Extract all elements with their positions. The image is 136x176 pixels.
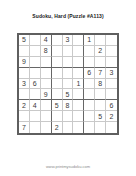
sudoku-cell-r7c8 bbox=[95, 100, 106, 111]
sudoku-cell-r5c6: 1 bbox=[73, 79, 84, 90]
sudoku-cell-r2c7 bbox=[84, 46, 95, 57]
sudoku-cell-r4c5 bbox=[63, 68, 74, 79]
sudoku-cell-r3c1: 9 bbox=[19, 57, 30, 68]
sudoku-cell-r8c3 bbox=[41, 111, 52, 122]
sudoku-cell-r5c2: 6 bbox=[30, 79, 41, 90]
sudoku-cell-r1c4 bbox=[52, 35, 63, 46]
sudoku-cell-r2c8: 2 bbox=[95, 46, 106, 57]
sudoku-cell-r4c1 bbox=[19, 68, 30, 79]
sudoku-board: 5431829673361895245865272 bbox=[17, 33, 119, 135]
sudoku-cell-r7c4: 5 bbox=[52, 100, 63, 111]
sudoku-cell-r5c4 bbox=[52, 79, 63, 90]
sudoku-cell-r6c8 bbox=[95, 89, 106, 100]
sudoku-cell-r2c6 bbox=[73, 46, 84, 57]
sudoku-cell-r8c1 bbox=[19, 111, 30, 122]
sudoku-cell-r3c8 bbox=[95, 57, 106, 68]
sudoku-cell-r7c1: 2 bbox=[19, 100, 30, 111]
sudoku-cell-r6c5: 5 bbox=[63, 89, 74, 100]
sudoku-cell-r7c2: 4 bbox=[30, 100, 41, 111]
page-title: Sudoku, Hard (Puzzle #A113) bbox=[0, 13, 136, 19]
sudoku-cell-r5c9 bbox=[106, 79, 117, 90]
sudoku-cell-r2c9 bbox=[106, 46, 117, 57]
sudoku-cell-r6c9 bbox=[106, 89, 117, 100]
sudoku-cell-r6c2 bbox=[30, 89, 41, 100]
sudoku-cell-r3c5 bbox=[63, 57, 74, 68]
sudoku-cell-r3c6 bbox=[73, 57, 84, 68]
sudoku-cell-r1c3: 4 bbox=[41, 35, 52, 46]
sudoku-cell-r1c5: 3 bbox=[63, 35, 74, 46]
sudoku-cell-r7c5: 8 bbox=[63, 100, 74, 111]
sudoku-cell-r6c4 bbox=[52, 89, 63, 100]
sudoku-cell-r9c3 bbox=[41, 122, 52, 133]
sudoku-cell-r4c8: 7 bbox=[95, 68, 106, 79]
sudoku-cell-r6c7 bbox=[84, 89, 95, 100]
sudoku-cell-r1c6 bbox=[73, 35, 84, 46]
sudoku-cell-r9c6 bbox=[73, 122, 84, 133]
sudoku-cell-r9c5 bbox=[63, 122, 74, 133]
sudoku-cell-r2c2 bbox=[30, 46, 41, 57]
sudoku-cell-r1c8 bbox=[95, 35, 106, 46]
sudoku-cell-r5c3 bbox=[41, 79, 52, 90]
footer-url: www.printmysudoku.com bbox=[0, 164, 136, 169]
sudoku-cell-r5c7 bbox=[84, 79, 95, 90]
sudoku-cell-r8c9: 2 bbox=[106, 111, 117, 122]
sudoku-cell-r9c8 bbox=[95, 122, 106, 133]
sudoku-cell-r4c4 bbox=[52, 68, 63, 79]
sudoku-cell-r8c8: 5 bbox=[95, 111, 106, 122]
sudoku-cell-r5c1: 3 bbox=[19, 79, 30, 90]
sudoku-cell-r4c2 bbox=[30, 68, 41, 79]
sudoku-cell-r4c6 bbox=[73, 68, 84, 79]
sudoku-cell-r5c8: 8 bbox=[95, 79, 106, 90]
sudoku-cell-r8c4 bbox=[52, 111, 63, 122]
sudoku-cell-r8c7 bbox=[84, 111, 95, 122]
sudoku-cell-r9c7 bbox=[84, 122, 95, 133]
sudoku-cell-r7c3 bbox=[41, 100, 52, 111]
sudoku-cell-r5c5 bbox=[63, 79, 74, 90]
sudoku-cell-r4c9: 3 bbox=[106, 68, 117, 79]
sudoku-cell-r2c3: 8 bbox=[41, 46, 52, 57]
sudoku-cell-r3c3 bbox=[41, 57, 52, 68]
sudoku-cell-r6c1 bbox=[19, 89, 30, 100]
sudoku-cell-r9c9 bbox=[106, 122, 117, 133]
sudoku-cell-r3c2 bbox=[30, 57, 41, 68]
sudoku-cell-r7c9: 6 bbox=[106, 100, 117, 111]
sudoku-cell-r1c9 bbox=[106, 35, 117, 46]
sudoku-cell-r4c3 bbox=[41, 68, 52, 79]
sudoku-cell-r7c6 bbox=[73, 100, 84, 111]
sudoku-cell-r1c2 bbox=[30, 35, 41, 46]
sudoku-cell-r6c6 bbox=[73, 89, 84, 100]
sudoku-cell-r2c1 bbox=[19, 46, 30, 57]
sudoku-cell-r4c7: 6 bbox=[84, 68, 95, 79]
sudoku-cell-r9c1: 7 bbox=[19, 122, 30, 133]
sudoku-cell-r1c1: 5 bbox=[19, 35, 30, 46]
sudoku-cell-r9c2 bbox=[30, 122, 41, 133]
sudoku-cell-r8c5 bbox=[63, 111, 74, 122]
sudoku-cell-r3c4 bbox=[52, 57, 63, 68]
sudoku-cell-r3c7 bbox=[84, 57, 95, 68]
sudoku-cell-r2c5 bbox=[63, 46, 74, 57]
sudoku-cell-r8c2 bbox=[30, 111, 41, 122]
sudoku-cell-r7c7 bbox=[84, 100, 95, 111]
sudoku-cell-r8c6 bbox=[73, 111, 84, 122]
sudoku-cell-r9c4: 2 bbox=[52, 122, 63, 133]
sudoku-cell-r3c9 bbox=[106, 57, 117, 68]
sudoku-cell-r2c4 bbox=[52, 46, 63, 57]
sudoku-cell-r6c3: 9 bbox=[41, 89, 52, 100]
sudoku-cell-r1c7: 1 bbox=[84, 35, 95, 46]
